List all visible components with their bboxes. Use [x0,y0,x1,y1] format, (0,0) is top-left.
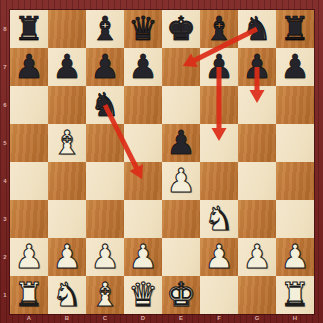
square-c5[interactable] [86,124,124,162]
piece-white-knight-b1[interactable]: ♞ [48,276,86,314]
square-f2[interactable]: ♟ [200,238,238,276]
square-b5[interactable]: ♝ [48,124,86,162]
square-c2[interactable]: ♟ [86,238,124,276]
piece-black-knight-c6[interactable]: ♞ [86,86,124,124]
piece-black-bishop-c8[interactable]: ♝ [86,10,124,48]
rank-label-8: 8 [0,10,10,48]
square-b4[interactable] [48,162,86,200]
square-h7[interactable]: ♟ [276,48,314,86]
square-g3[interactable] [238,200,276,238]
square-f7[interactable]: ♟ [200,48,238,86]
rank-label-1: 1 [0,276,10,314]
square-e5[interactable]: ♟ [162,124,200,162]
piece-white-pawn-d2[interactable]: ♟ [124,238,162,276]
square-a8[interactable]: ♜ [10,10,48,48]
rank-label-6: 6 [0,86,10,124]
square-d2[interactable]: ♟ [124,238,162,276]
rank-label-5: 5 [0,124,10,162]
chess-board-diagram: ♜♝♛♚♝♞♜♟♟♟♟♟♟♟♞♝♟♟♞♟♟♟♟♟♟♟♜♞♝♛♚♜ 8765432… [0,0,323,323]
square-a3[interactable] [10,200,48,238]
rank-label-7: 7 [0,48,10,86]
piece-black-pawn-b7[interactable]: ♟ [48,48,86,86]
board: ♜♝♛♚♝♞♜♟♟♟♟♟♟♟♞♝♟♟♞♟♟♟♟♟♟♟♜♞♝♛♚♜ [10,10,314,314]
square-f4[interactable] [200,162,238,200]
square-f1[interactable] [200,276,238,314]
square-a5[interactable] [10,124,48,162]
piece-black-pawn-d7[interactable]: ♟ [124,48,162,86]
piece-black-pawn-h7[interactable]: ♟ [276,48,314,86]
square-f5[interactable] [200,124,238,162]
piece-white-rook-h1[interactable]: ♜ [276,276,314,314]
piece-black-pawn-c7[interactable]: ♟ [86,48,124,86]
rank-label-4: 4 [0,162,10,200]
square-c7[interactable]: ♟ [86,48,124,86]
square-a1[interactable]: ♜ [10,276,48,314]
square-g6[interactable] [238,86,276,124]
square-d1[interactable]: ♛ [124,276,162,314]
square-e7[interactable] [162,48,200,86]
square-g7[interactable]: ♟ [238,48,276,86]
piece-white-pawn-e4[interactable]: ♟ [162,162,200,200]
piece-white-pawn-h2[interactable]: ♟ [276,238,314,276]
square-d3[interactable] [124,200,162,238]
file-label-h: h [276,314,314,323]
square-g5[interactable] [238,124,276,162]
square-b3[interactable] [48,200,86,238]
square-b7[interactable]: ♟ [48,48,86,86]
square-g8[interactable]: ♞ [238,10,276,48]
piece-white-pawn-a2[interactable]: ♟ [10,238,48,276]
piece-black-rook-h8[interactable]: ♜ [276,10,314,48]
file-label-g: g [238,314,276,323]
square-a2[interactable]: ♟ [10,238,48,276]
file-label-d: d [124,314,162,323]
piece-white-bishop-c1[interactable]: ♝ [86,276,124,314]
square-a6[interactable] [10,86,48,124]
square-h1[interactable]: ♜ [276,276,314,314]
piece-white-king-e1[interactable]: ♚ [162,276,200,314]
piece-white-bishop-b5[interactable]: ♝ [48,124,86,162]
square-b2[interactable]: ♟ [48,238,86,276]
square-b6[interactable] [48,86,86,124]
piece-black-rook-a8[interactable]: ♜ [10,10,48,48]
piece-black-knight-g8[interactable]: ♞ [238,10,276,48]
square-e8[interactable]: ♚ [162,10,200,48]
square-g4[interactable] [238,162,276,200]
square-f6[interactable] [200,86,238,124]
square-b8[interactable] [48,10,86,48]
square-c4[interactable] [86,162,124,200]
piece-white-queen-d1[interactable]: ♛ [124,276,162,314]
piece-black-king-e8[interactable]: ♚ [162,10,200,48]
square-d7[interactable]: ♟ [124,48,162,86]
square-e6[interactable] [162,86,200,124]
file-label-e: e [162,314,200,323]
square-e3[interactable] [162,200,200,238]
square-a7[interactable]: ♟ [10,48,48,86]
piece-black-queen-d8[interactable]: ♛ [124,10,162,48]
square-f8[interactable]: ♝ [200,10,238,48]
square-d6[interactable] [124,86,162,124]
piece-white-pawn-c2[interactable]: ♟ [86,238,124,276]
rank-label-2: 2 [0,238,10,276]
square-h8[interactable]: ♜ [276,10,314,48]
square-g1[interactable] [238,276,276,314]
file-label-b: b [48,314,86,323]
piece-black-pawn-a7[interactable]: ♟ [10,48,48,86]
square-h6[interactable] [276,86,314,124]
square-e1[interactable]: ♚ [162,276,200,314]
square-a4[interactable] [10,162,48,200]
file-label-c: c [86,314,124,323]
piece-black-bishop-f8[interactable]: ♝ [200,10,238,48]
square-e4[interactable]: ♟ [162,162,200,200]
square-b1[interactable]: ♞ [48,276,86,314]
square-d5[interactable] [124,124,162,162]
square-c6[interactable]: ♞ [86,86,124,124]
square-f3[interactable]: ♞ [200,200,238,238]
file-label-f: f [200,314,238,323]
piece-white-knight-f3[interactable]: ♞ [200,200,238,238]
file-label-a: a [10,314,48,323]
square-h2[interactable]: ♟ [276,238,314,276]
square-d4[interactable] [124,162,162,200]
square-g2[interactable]: ♟ [238,238,276,276]
piece-black-pawn-f7[interactable]: ♟ [200,48,238,86]
square-c1[interactable]: ♝ [86,276,124,314]
piece-white-pawn-b2[interactable]: ♟ [48,238,86,276]
piece-white-pawn-g2[interactable]: ♟ [238,238,276,276]
square-h5[interactable] [276,124,314,162]
piece-black-pawn-e5[interactable]: ♟ [162,124,200,162]
piece-white-rook-a1[interactable]: ♜ [10,276,48,314]
rank-label-3: 3 [0,200,10,238]
square-c8[interactable]: ♝ [86,10,124,48]
piece-white-pawn-f2[interactable]: ♟ [200,238,238,276]
piece-black-pawn-g7[interactable]: ♟ [238,48,276,86]
square-c3[interactable] [86,200,124,238]
square-e2[interactable] [162,238,200,276]
square-d8[interactable]: ♛ [124,10,162,48]
square-h3[interactable] [276,200,314,238]
square-h4[interactable] [276,162,314,200]
